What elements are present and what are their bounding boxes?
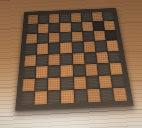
square-e8[interactable]: [71, 13, 82, 22]
wood-floor-background: [0, 0, 142, 128]
square-g2[interactable]: [99, 75, 112, 88]
board-perspective-wrap: [15, 8, 134, 111]
square-a7[interactable]: [27, 24, 38, 34]
square-c3[interactable]: [48, 65, 60, 77]
square-c6[interactable]: [49, 33, 60, 43]
square-b3[interactable]: [36, 66, 48, 78]
square-c7[interactable]: [49, 23, 59, 33]
square-c4[interactable]: [49, 54, 60, 65]
square-c2[interactable]: [48, 77, 60, 90]
square-h5[interactable]: [106, 41, 119, 52]
square-a8[interactable]: [28, 15, 39, 24]
square-d1[interactable]: [61, 90, 74, 104]
square-b8[interactable]: [38, 14, 48, 23]
square-h6[interactable]: [105, 30, 117, 40]
square-g8[interactable]: [92, 12, 103, 21]
board-grid: [21, 12, 127, 105]
square-f4[interactable]: [84, 52, 96, 63]
square-b6[interactable]: [37, 33, 48, 43]
square-h1[interactable]: [113, 88, 127, 101]
square-d2[interactable]: [61, 77, 73, 90]
square-e4[interactable]: [72, 53, 84, 64]
square-c5[interactable]: [49, 43, 60, 54]
square-d8[interactable]: [60, 14, 70, 23]
square-b4[interactable]: [36, 54, 48, 65]
checkerboard: [15, 8, 134, 111]
square-f6[interactable]: [83, 31, 95, 41]
square-e6[interactable]: [71, 32, 82, 42]
square-c1[interactable]: [48, 90, 61, 104]
square-a3[interactable]: [23, 66, 35, 78]
square-g4[interactable]: [96, 52, 109, 63]
square-e7[interactable]: [71, 22, 82, 32]
square-h8[interactable]: [102, 12, 113, 21]
square-h7[interactable]: [104, 21, 116, 30]
square-a2[interactable]: [22, 79, 35, 92]
square-f5[interactable]: [83, 42, 95, 53]
square-h2[interactable]: [111, 75, 125, 88]
square-d4[interactable]: [61, 53, 73, 64]
square-f8[interactable]: [81, 13, 92, 22]
square-d6[interactable]: [60, 32, 71, 42]
square-e1[interactable]: [74, 89, 87, 103]
square-c8[interactable]: [49, 14, 59, 23]
square-a6[interactable]: [26, 34, 37, 44]
square-g3[interactable]: [97, 63, 110, 75]
square-e5[interactable]: [72, 42, 84, 53]
square-g5[interactable]: [95, 41, 107, 52]
square-b1[interactable]: [34, 91, 47, 105]
square-e2[interactable]: [73, 76, 86, 89]
square-g1[interactable]: [100, 88, 114, 101]
square-d5[interactable]: [60, 43, 71, 54]
square-g7[interactable]: [93, 21, 104, 30]
square-f7[interactable]: [82, 22, 93, 32]
square-d3[interactable]: [61, 65, 73, 77]
square-d7[interactable]: [60, 23, 71, 33]
square-b2[interactable]: [35, 78, 47, 91]
square-b5[interactable]: [37, 44, 48, 55]
square-a4[interactable]: [24, 55, 36, 66]
square-h3[interactable]: [109, 63, 122, 75]
square-b7[interactable]: [38, 24, 49, 34]
square-a1[interactable]: [21, 92, 34, 106]
square-f1[interactable]: [87, 89, 101, 102]
square-f3[interactable]: [85, 64, 98, 76]
square-a5[interactable]: [25, 44, 37, 55]
square-e3[interactable]: [73, 64, 85, 76]
square-h4[interactable]: [108, 51, 121, 62]
square-g6[interactable]: [94, 31, 106, 41]
square-f2[interactable]: [86, 76, 99, 89]
